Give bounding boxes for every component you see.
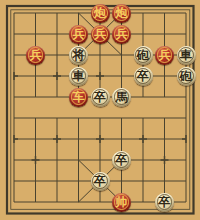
piece-character: 将 [69, 46, 88, 65]
piece-character: 兵 [155, 46, 174, 65]
piece-character: 炮 [112, 4, 131, 23]
piece-character: 卒 [112, 151, 131, 170]
piece-black-rook[interactable]: 車 [69, 67, 88, 86]
piece-character: 車 [177, 46, 196, 65]
piece-black-pawn[interactable]: 卒 [91, 88, 110, 107]
piece-red-cannon[interactable]: 炮 [91, 4, 110, 23]
piece-character: 帅 [112, 193, 131, 212]
piece-black-rook[interactable]: 車 [177, 46, 196, 65]
piece-character: 卒 [91, 172, 110, 191]
piece-character: 砲 [134, 46, 153, 65]
piece-character: 兵 [91, 25, 110, 44]
piece-character: 卒 [155, 193, 174, 212]
piece-black-horse[interactable]: 馬 [112, 88, 131, 107]
piece-character: 卒 [134, 67, 153, 86]
piece-red-rook[interactable]: 车 [69, 88, 88, 107]
piece-red-cannon[interactable]: 炮 [112, 4, 131, 23]
piece-character: 卒 [91, 88, 110, 107]
piece-red-pawn[interactable]: 兵 [91, 25, 110, 44]
piece-character: 兵 [26, 46, 45, 65]
piece-black-pawn[interactable]: 卒 [91, 172, 110, 191]
piece-red-pawn[interactable]: 兵 [69, 25, 88, 44]
piece-character: 馬 [112, 88, 131, 107]
piece-red-pawn[interactable]: 兵 [112, 25, 131, 44]
piece-red-general[interactable]: 帅 [112, 193, 131, 212]
piece-black-pawn[interactable]: 卒 [112, 151, 131, 170]
piece-black-pawn[interactable]: 卒 [134, 67, 153, 86]
piece-character: 車 [69, 67, 88, 86]
piece-black-cannon[interactable]: 砲 [134, 46, 153, 65]
piece-black-general[interactable]: 将 [69, 46, 88, 65]
piece-character: 车 [69, 88, 88, 107]
piece-character: 兵 [112, 25, 131, 44]
piece-character: 炮 [91, 4, 110, 23]
piece-red-pawn[interactable]: 兵 [155, 46, 174, 65]
piece-character: 兵 [69, 25, 88, 44]
piece-black-cannon[interactable]: 砲 [177, 67, 196, 86]
xiangqi-board[interactable]: 炮炮兵兵兵兵兵车帅将砲車車卒砲卒馬卒卒卒 [0, 0, 200, 220]
piece-character: 砲 [177, 67, 196, 86]
piece-red-pawn[interactable]: 兵 [26, 46, 45, 65]
piece-black-pawn[interactable]: 卒 [155, 193, 174, 212]
